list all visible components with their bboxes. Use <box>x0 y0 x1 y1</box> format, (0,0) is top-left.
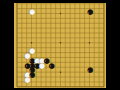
go-board[interactable]: ●●●●●●●●●●●●●●●●●● <box>14 3 106 88</box>
white-stone[interactable]: ● <box>29 10 34 15</box>
white-stone[interactable]: ● <box>39 64 44 69</box>
black-stone[interactable]: ● <box>48 64 53 69</box>
black-stone[interactable]: ● <box>87 10 92 15</box>
white-stone[interactable]: ● <box>24 79 29 84</box>
black-stone[interactable]: ● <box>87 69 92 74</box>
board-intersections: ●●●●●●●●●●●●●●●●●● <box>15 3 106 88</box>
screenshot-frame: ●●●●●●●●●●●●●●●●●● <box>0 0 120 90</box>
